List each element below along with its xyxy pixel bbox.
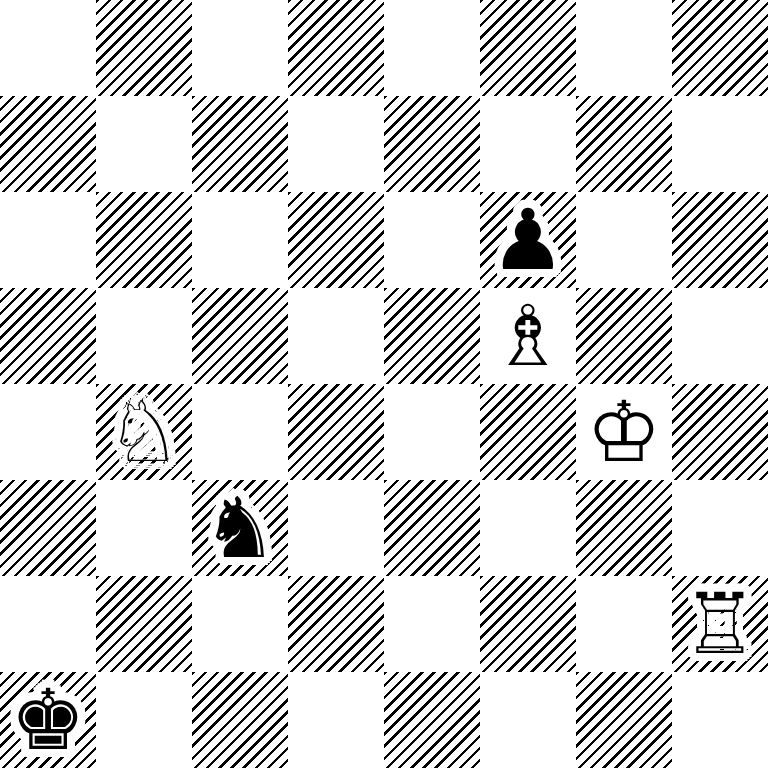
square-c7[interactable] bbox=[192, 96, 288, 192]
square-f6[interactable]: ♟ bbox=[480, 192, 576, 288]
square-a3[interactable] bbox=[0, 480, 96, 576]
square-g6[interactable] bbox=[576, 192, 672, 288]
piece-white-rook[interactable]: ♖ bbox=[672, 576, 768, 672]
square-f8[interactable] bbox=[480, 0, 576, 96]
square-h3[interactable] bbox=[672, 480, 768, 576]
square-a2[interactable] bbox=[0, 576, 96, 672]
piece-black-knight[interactable]: ♞ bbox=[192, 480, 288, 576]
square-f7[interactable] bbox=[480, 96, 576, 192]
square-h6[interactable] bbox=[672, 192, 768, 288]
square-d1[interactable] bbox=[288, 672, 384, 768]
square-e3[interactable] bbox=[384, 480, 480, 576]
square-b8[interactable] bbox=[96, 0, 192, 96]
square-f3[interactable] bbox=[480, 480, 576, 576]
square-g2[interactable] bbox=[576, 576, 672, 672]
square-b6[interactable] bbox=[96, 192, 192, 288]
square-d6[interactable] bbox=[288, 192, 384, 288]
square-h1[interactable] bbox=[672, 672, 768, 768]
square-b3[interactable] bbox=[96, 480, 192, 576]
square-e1[interactable] bbox=[384, 672, 480, 768]
square-b7[interactable] bbox=[96, 96, 192, 192]
piece-black-king[interactable]: ♚ bbox=[0, 672, 96, 768]
square-d4[interactable] bbox=[288, 384, 384, 480]
square-a6[interactable] bbox=[0, 192, 96, 288]
square-e7[interactable] bbox=[384, 96, 480, 192]
square-e6[interactable] bbox=[384, 192, 480, 288]
square-h5[interactable] bbox=[672, 288, 768, 384]
square-e2[interactable] bbox=[384, 576, 480, 672]
square-f1[interactable] bbox=[480, 672, 576, 768]
square-f5[interactable]: ♗ bbox=[480, 288, 576, 384]
square-b5[interactable] bbox=[96, 288, 192, 384]
square-g8[interactable] bbox=[576, 0, 672, 96]
piece-white-knight[interactable]: ♘ bbox=[96, 384, 192, 480]
square-g7[interactable] bbox=[576, 96, 672, 192]
square-b4[interactable]: ♘ bbox=[96, 384, 192, 480]
square-g4[interactable]: ♔ bbox=[576, 384, 672, 480]
piece-white-king[interactable]: ♔ bbox=[576, 384, 672, 480]
square-d8[interactable] bbox=[288, 0, 384, 96]
square-h8[interactable] bbox=[672, 0, 768, 96]
square-f4[interactable] bbox=[480, 384, 576, 480]
square-a5[interactable] bbox=[0, 288, 96, 384]
square-c4[interactable] bbox=[192, 384, 288, 480]
square-c1[interactable] bbox=[192, 672, 288, 768]
square-e8[interactable] bbox=[384, 0, 480, 96]
square-a7[interactable] bbox=[0, 96, 96, 192]
chess-board: ♟♗♘♔♞♖♚ bbox=[0, 0, 768, 768]
square-f2[interactable] bbox=[480, 576, 576, 672]
square-g5[interactable] bbox=[576, 288, 672, 384]
square-b1[interactable] bbox=[96, 672, 192, 768]
square-d3[interactable] bbox=[288, 480, 384, 576]
square-c2[interactable] bbox=[192, 576, 288, 672]
square-c8[interactable] bbox=[192, 0, 288, 96]
square-e5[interactable] bbox=[384, 288, 480, 384]
square-d7[interactable] bbox=[288, 96, 384, 192]
square-b2[interactable] bbox=[96, 576, 192, 672]
square-a1[interactable]: ♚ bbox=[0, 672, 96, 768]
piece-white-bishop[interactable]: ♗ bbox=[480, 288, 576, 384]
square-d5[interactable] bbox=[288, 288, 384, 384]
square-g1[interactable] bbox=[576, 672, 672, 768]
piece-black-pawn[interactable]: ♟ bbox=[480, 192, 576, 288]
square-d2[interactable] bbox=[288, 576, 384, 672]
square-h2[interactable]: ♖ bbox=[672, 576, 768, 672]
square-h7[interactable] bbox=[672, 96, 768, 192]
square-h4[interactable] bbox=[672, 384, 768, 480]
square-a4[interactable] bbox=[0, 384, 96, 480]
square-e4[interactable] bbox=[384, 384, 480, 480]
square-c3[interactable]: ♞ bbox=[192, 480, 288, 576]
square-a8[interactable] bbox=[0, 0, 96, 96]
square-g3[interactable] bbox=[576, 480, 672, 576]
square-c6[interactable] bbox=[192, 192, 288, 288]
square-c5[interactable] bbox=[192, 288, 288, 384]
